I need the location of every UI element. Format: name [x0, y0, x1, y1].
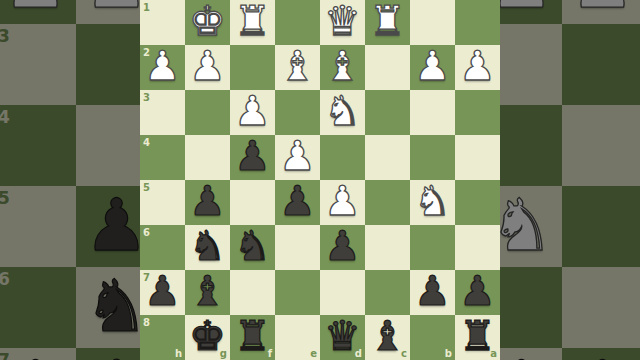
square-e2[interactable]: ♝ [275, 45, 320, 90]
square-c2[interactable] [365, 45, 410, 90]
black-knight-g6[interactable]: ♞ [185, 225, 230, 270]
square-h1[interactable]: 1 [140, 0, 185, 45]
white-king-g1[interactable]: ♚ [185, 0, 230, 45]
white-bishop-d2[interactable]: ♝ [320, 45, 365, 90]
black-pawn-e5[interactable]: ♟ [275, 180, 320, 225]
square-h7[interactable]: 7♟ [140, 270, 185, 315]
square-b8[interactable]: b [410, 315, 455, 360]
white-pawn-d5[interactable]: ♟ [320, 180, 365, 225]
square-b7[interactable]: ♟ [410, 270, 455, 315]
square-b4[interactable] [410, 135, 455, 180]
white-pawn-h2[interactable]: ♟ [140, 45, 185, 90]
square-h8[interactable]: 8h [140, 315, 185, 360]
square-c8[interactable]: c♝ [365, 315, 410, 360]
chess-board[interactable]: 1♚♜♛♜2♟♟♝♝♟♟3♟♞4♟♟5♟♟♟♞6♞♞♟7♟♝♟♟8hg♚f♜ed… [140, 0, 500, 360]
square-d8[interactable]: d♛ [320, 315, 365, 360]
rank-label-1: 1 [143, 2, 150, 13]
square-b1[interactable] [410, 0, 455, 45]
black-pawn-d6[interactable]: ♟ [320, 225, 365, 270]
square-d1[interactable]: ♛ [320, 0, 365, 45]
black-pawn-g5[interactable]: ♟ [185, 180, 230, 225]
black-pawn-b7[interactable]: ♟ [410, 270, 455, 315]
square-d3[interactable]: ♞ [320, 90, 365, 135]
square-g6[interactable]: ♞ [185, 225, 230, 270]
white-pawn-f3[interactable]: ♟ [230, 90, 275, 135]
square-a7[interactable]: ♟ [455, 270, 500, 315]
square-d2[interactable]: ♝ [320, 45, 365, 90]
white-pawn-a2[interactable]: ♟ [455, 45, 500, 90]
square-f7[interactable] [230, 270, 275, 315]
white-rook-c1[interactable]: ♜ [365, 0, 410, 45]
square-a8[interactable]: a♜ [455, 315, 500, 360]
square-g7[interactable]: ♝ [185, 270, 230, 315]
square-h5[interactable]: 5 [140, 180, 185, 225]
rank-label-8: 8 [143, 317, 150, 328]
square-g5[interactable]: ♟ [185, 180, 230, 225]
black-rook-a8[interactable]: ♜ [455, 315, 500, 360]
square-g3[interactable] [185, 90, 230, 135]
black-bishop-c8[interactable]: ♝ [365, 315, 410, 360]
black-king-g8[interactable]: ♚ [185, 315, 230, 360]
square-h3[interactable]: 3 [140, 90, 185, 135]
square-a2[interactable]: ♟ [455, 45, 500, 90]
square-b5[interactable]: ♞ [410, 180, 455, 225]
square-f6[interactable]: ♞ [230, 225, 275, 270]
square-b6[interactable] [410, 225, 455, 270]
square-e1[interactable] [275, 0, 320, 45]
square-f4[interactable]: ♟ [230, 135, 275, 180]
square-a4[interactable] [455, 135, 500, 180]
black-pawn-h7[interactable]: ♟ [140, 270, 185, 315]
square-e3[interactable] [275, 90, 320, 135]
app-stage: 1♚♜♛♜2♟♟♝♝♟♟3♟♞4♟♟5♟♟♟♞6♞♞♟7♟♝♟♟8hg♚f♜ed… [0, 0, 640, 360]
square-f5[interactable] [230, 180, 275, 225]
black-pawn-a7[interactable]: ♟ [455, 270, 500, 315]
square-c7[interactable] [365, 270, 410, 315]
square-b2[interactable]: ♟ [410, 45, 455, 90]
square-h6[interactable]: 6 [140, 225, 185, 270]
rank-label-6: 6 [143, 227, 150, 238]
square-e7[interactable] [275, 270, 320, 315]
square-h4[interactable]: 4 [140, 135, 185, 180]
white-queen-d1[interactable]: ♛ [320, 0, 365, 45]
square-f1[interactable]: ♜ [230, 0, 275, 45]
square-f2[interactable] [230, 45, 275, 90]
square-c4[interactable] [365, 135, 410, 180]
black-rook-f8[interactable]: ♜ [230, 315, 275, 360]
square-g4[interactable] [185, 135, 230, 180]
rank-label-5: 5 [143, 182, 150, 193]
square-a1[interactable] [455, 0, 500, 45]
white-rook-f1[interactable]: ♜ [230, 0, 275, 45]
white-pawn-b2[interactable]: ♟ [410, 45, 455, 90]
file-label-b: b [445, 348, 452, 359]
square-g2[interactable]: ♟ [185, 45, 230, 90]
white-knight-d3[interactable]: ♞ [320, 90, 365, 135]
square-g1[interactable]: ♚ [185, 0, 230, 45]
black-knight-f6[interactable]: ♞ [230, 225, 275, 270]
black-pawn-f4[interactable]: ♟ [230, 135, 275, 180]
black-bishop-g7[interactable]: ♝ [185, 270, 230, 315]
file-label-e: e [310, 348, 317, 359]
square-d6[interactable]: ♟ [320, 225, 365, 270]
white-pawn-e4[interactable]: ♟ [275, 135, 320, 180]
square-a3[interactable] [455, 90, 500, 135]
square-c5[interactable] [365, 180, 410, 225]
rank-label-3: 3 [143, 92, 150, 103]
black-queen-d8[interactable]: ♛ [320, 315, 365, 360]
square-e8[interactable]: e [275, 315, 320, 360]
square-a6[interactable] [455, 225, 500, 270]
square-e4[interactable]: ♟ [275, 135, 320, 180]
square-c1[interactable]: ♜ [365, 0, 410, 45]
square-a5[interactable] [455, 180, 500, 225]
square-b3[interactable] [410, 90, 455, 135]
square-f8[interactable]: f♜ [230, 315, 275, 360]
square-e6[interactable] [275, 225, 320, 270]
rank-label-4: 4 [143, 137, 150, 148]
square-c3[interactable] [365, 90, 410, 135]
square-d4[interactable] [320, 135, 365, 180]
file-label-h: h [175, 348, 182, 359]
square-e5[interactable]: ♟ [275, 180, 320, 225]
white-bishop-e2[interactable]: ♝ [275, 45, 320, 90]
white-pawn-g2[interactable]: ♟ [185, 45, 230, 90]
square-h2[interactable]: 2♟ [140, 45, 185, 90]
square-c6[interactable] [365, 225, 410, 270]
square-f3[interactable]: ♟ [230, 90, 275, 135]
square-d5[interactable]: ♟ [320, 180, 365, 225]
square-g8[interactable]: g♚ [185, 315, 230, 360]
square-d7[interactable] [320, 270, 365, 315]
white-knight-b5[interactable]: ♞ [410, 180, 455, 225]
